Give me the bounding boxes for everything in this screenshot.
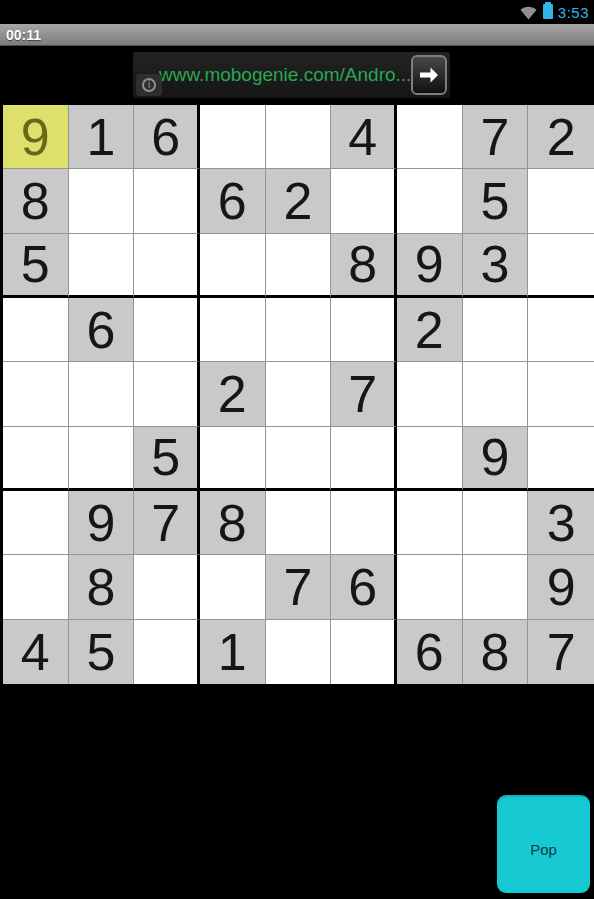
cell-r4c3[interactable] (134, 298, 200, 362)
ad-go-button[interactable] (411, 55, 447, 95)
bottom-bar: Pop (0, 688, 594, 899)
cell-r3c1[interactable]: 5 (3, 234, 69, 298)
cell-r6c6[interactable] (331, 427, 397, 491)
ad-info-tab[interactable]: i (136, 74, 162, 96)
ad-banner[interactable]: www.mobogenie.com/Andro... i (133, 52, 450, 98)
cell-r5c9[interactable] (528, 362, 594, 426)
cell-r1c5[interactable] (266, 105, 332, 169)
cell-r1c2[interactable]: 1 (69, 105, 135, 169)
cell-r1c4[interactable] (200, 105, 266, 169)
cell-r7c3[interactable]: 7 (134, 491, 200, 555)
cell-r9c9[interactable]: 7 (528, 620, 594, 684)
cell-r5c6[interactable]: 7 (331, 362, 397, 426)
cell-r4c8[interactable] (463, 298, 529, 362)
sudoku-board: 9164728625589362275997838769451687 (0, 103, 594, 688)
cell-r6c2[interactable] (69, 427, 135, 491)
ad-url-text[interactable]: www.mobogenie.com/Andro... (133, 64, 411, 86)
cell-r8c3[interactable] (134, 555, 200, 619)
battery-icon (543, 4, 553, 19)
cell-r1c6[interactable]: 4 (331, 105, 397, 169)
cell-r2c4[interactable]: 6 (200, 169, 266, 233)
cell-r1c3[interactable]: 6 (134, 105, 200, 169)
status-bar: 3:53 (0, 0, 594, 24)
cell-r1c9[interactable]: 2 (528, 105, 594, 169)
cell-r4c1[interactable] (3, 298, 69, 362)
cell-r3c7[interactable]: 9 (397, 234, 463, 298)
cell-r5c4[interactable]: 2 (200, 362, 266, 426)
cell-r7c5[interactable] (266, 491, 332, 555)
cell-r7c7[interactable] (397, 491, 463, 555)
cell-r7c9[interactable]: 3 (528, 491, 594, 555)
cell-r7c1[interactable] (3, 491, 69, 555)
cell-r2c7[interactable] (397, 169, 463, 233)
cell-r5c3[interactable] (134, 362, 200, 426)
cell-r2c2[interactable] (69, 169, 135, 233)
cell-r7c6[interactable] (331, 491, 397, 555)
cell-r9c8[interactable]: 8 (463, 620, 529, 684)
pop-button[interactable]: Pop (497, 795, 590, 893)
cell-r2c8[interactable]: 5 (463, 169, 529, 233)
cell-r2c3[interactable] (134, 169, 200, 233)
cell-r1c1[interactable]: 9 (3, 105, 69, 169)
app-screen: 3:53 00:11 www.mobogenie.com/Andro... i … (0, 0, 594, 899)
cell-r6c9[interactable] (528, 427, 594, 491)
cell-r5c2[interactable] (69, 362, 135, 426)
cell-r7c4[interactable]: 8 (200, 491, 266, 555)
cell-r3c6[interactable]: 8 (331, 234, 397, 298)
cell-r8c6[interactable]: 6 (331, 555, 397, 619)
cell-r3c8[interactable]: 3 (463, 234, 529, 298)
cell-r3c9[interactable] (528, 234, 594, 298)
cell-r8c8[interactable] (463, 555, 529, 619)
right-arrow-icon (417, 63, 441, 87)
cell-r1c7[interactable] (397, 105, 463, 169)
cell-r8c7[interactable] (397, 555, 463, 619)
cell-r6c8[interactable]: 9 (463, 427, 529, 491)
cell-r5c5[interactable] (266, 362, 332, 426)
cell-r5c8[interactable] (463, 362, 529, 426)
cell-r4c5[interactable] (266, 298, 332, 362)
wifi-icon (519, 4, 538, 21)
cell-r4c2[interactable]: 6 (69, 298, 135, 362)
cell-r8c4[interactable] (200, 555, 266, 619)
cell-r4c9[interactable] (528, 298, 594, 362)
cell-r6c3[interactable]: 5 (134, 427, 200, 491)
cell-r9c7[interactable]: 6 (397, 620, 463, 684)
cell-r3c2[interactable] (69, 234, 135, 298)
info-icon[interactable]: i (142, 78, 156, 92)
timer-bar: 00:11 (0, 24, 594, 46)
cell-r6c7[interactable] (397, 427, 463, 491)
cell-r9c4[interactable]: 1 (200, 620, 266, 684)
cell-r9c6[interactable] (331, 620, 397, 684)
cell-r3c3[interactable] (134, 234, 200, 298)
cell-r3c4[interactable] (200, 234, 266, 298)
cell-r8c9[interactable]: 9 (528, 555, 594, 619)
cell-r4c7[interactable]: 2 (397, 298, 463, 362)
cell-r5c1[interactable] (3, 362, 69, 426)
cell-r6c5[interactable] (266, 427, 332, 491)
cell-r6c4[interactable] (200, 427, 266, 491)
cell-r6c1[interactable] (3, 427, 69, 491)
cell-r2c9[interactable] (528, 169, 594, 233)
timer-text: 00:11 (0, 27, 41, 43)
cell-r7c2[interactable]: 9 (69, 491, 135, 555)
cell-r9c2[interactable]: 5 (69, 620, 135, 684)
cell-r2c6[interactable] (331, 169, 397, 233)
cell-r4c6[interactable] (331, 298, 397, 362)
cell-r8c1[interactable] (3, 555, 69, 619)
cell-r9c1[interactable]: 4 (3, 620, 69, 684)
ad-area: www.mobogenie.com/Andro... i (0, 46, 594, 103)
cell-r3c5[interactable] (266, 234, 332, 298)
cell-r8c5[interactable]: 7 (266, 555, 332, 619)
cell-r9c5[interactable] (266, 620, 332, 684)
cell-r2c1[interactable]: 8 (3, 169, 69, 233)
cell-r9c3[interactable] (134, 620, 200, 684)
cell-r2c5[interactable]: 2 (266, 169, 332, 233)
status-time: 3:53 (558, 4, 589, 21)
cell-r5c7[interactable] (397, 362, 463, 426)
cell-r7c8[interactable] (463, 491, 529, 555)
cell-r8c2[interactable]: 8 (69, 555, 135, 619)
cell-r4c4[interactable] (200, 298, 266, 362)
cell-r1c8[interactable]: 7 (463, 105, 529, 169)
